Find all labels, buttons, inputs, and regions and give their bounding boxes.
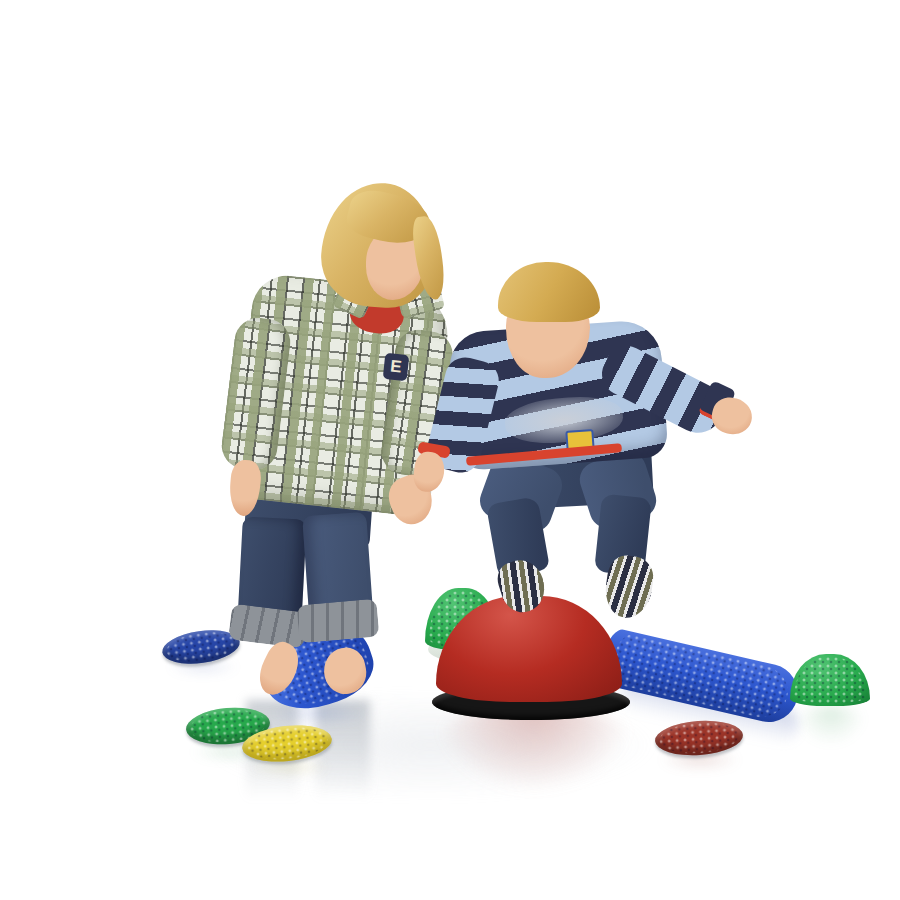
- green-balance-dome-right: [790, 654, 870, 706]
- reflection-yellow-disc: [246, 760, 332, 774]
- older-boy-shirt-badge: E: [383, 353, 410, 381]
- reflection-green-dome-right: [795, 706, 867, 746]
- scene-photo: E: [0, 0, 900, 900]
- red-sensory-disc: [654, 718, 744, 758]
- younger-boy-hair: [498, 262, 600, 322]
- older-boy-right-cuff-roll: [296, 599, 379, 644]
